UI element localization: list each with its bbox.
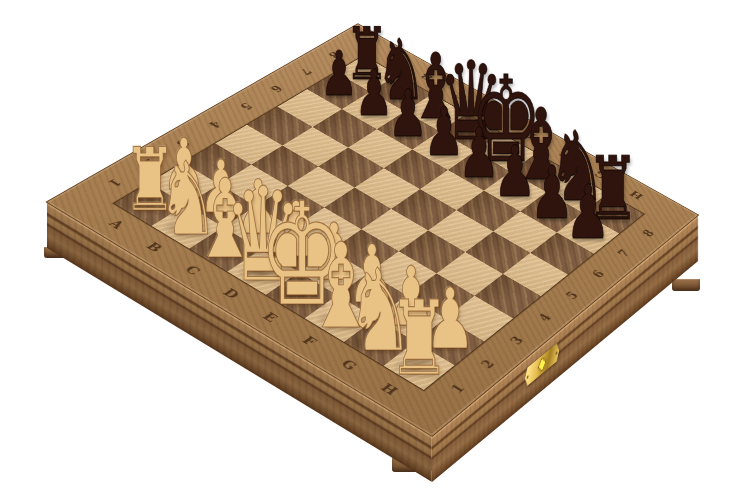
box-foot [672, 279, 700, 291]
rank-label: 8 [639, 227, 657, 238]
piece-black-pawn[interactable]: ♟ [565, 176, 611, 251]
piece-black-pawn[interactable]: ♟ [320, 44, 358, 106]
rank-label: 6 [267, 83, 285, 94]
rank-label: 6 [589, 268, 608, 280]
rank-label: 2 [478, 357, 498, 370]
piece-black-pawn[interactable]: ♟ [354, 62, 393, 126]
rank-label: 7 [614, 247, 632, 259]
rank-label: 4 [205, 119, 224, 130]
rank-label: 1 [105, 177, 125, 189]
piece-white-rook[interactable]: ♜ [388, 287, 451, 390]
rank-label: 1 [447, 382, 467, 396]
rank-label: 4 [535, 311, 554, 324]
chess-set-photo: AABBCCDDEEFFGGHH1122334455667788 ♜♞♝♛♚♝♞… [0, 0, 750, 500]
rank-label: 3 [507, 334, 527, 347]
rank-label: 5 [237, 101, 256, 112]
rank-label: 5 [562, 289, 581, 301]
rank-label: 7 [297, 66, 315, 76]
piece-black-pawn[interactable]: ♟ [389, 81, 429, 146]
